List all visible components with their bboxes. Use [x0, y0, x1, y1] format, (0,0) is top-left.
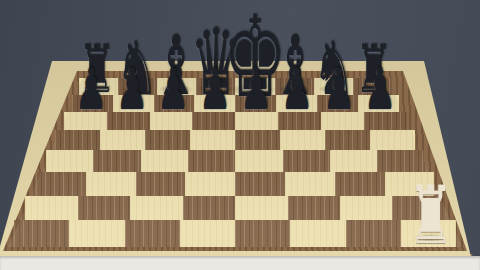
piece-white-rook-h1[interactable]: ♜ [408, 176, 454, 256]
piece-black-pawn-d7[interactable]: ♟ [198, 61, 231, 119]
piece-black-pawn-g7[interactable]: ♟ [322, 61, 355, 119]
pieces-layer: ♜♞♝♛♚♝♞♜♟♟♟♟♟♟♟♟♜ [0, 0, 480, 270]
chessboard-photo-scene: ♜♞♝♛♚♝♞♜♟♟♟♟♟♟♟♟♜ [0, 0, 480, 270]
piece-black-pawn-e7[interactable]: ♟ [240, 61, 273, 119]
piece-black-pawn-c7[interactable]: ♟ [157, 61, 190, 119]
piece-black-pawn-h7[interactable]: ♟ [364, 61, 397, 119]
piece-black-pawn-b7[interactable]: ♟ [115, 61, 148, 119]
piece-black-pawn-f7[interactable]: ♟ [281, 61, 314, 119]
piece-black-pawn-a7[interactable]: ♟ [74, 61, 107, 119]
